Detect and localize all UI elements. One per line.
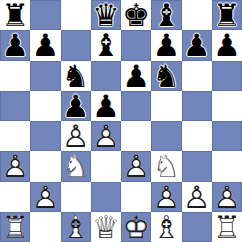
piece-outline-glyph: ♙	[31, 182, 59, 212]
black-rook-piece: ♜	[212, 0, 242, 30]
piece-glyph: ♛	[92, 0, 120, 30]
square-g4[interactable]	[182, 121, 212, 151]
square-b1[interactable]	[30, 212, 60, 242]
black-pawn-piece: ♟	[182, 30, 212, 60]
square-c5[interactable]: ♟	[61, 91, 91, 121]
black-pawn-piece: ♟	[151, 30, 181, 60]
piece-glyph: ♚	[122, 0, 150, 30]
piece-outline-glyph: ♙	[183, 182, 211, 212]
piece-glyph: ♞	[152, 61, 180, 91]
white-pawn-piece: ♟♙	[91, 121, 121, 151]
square-h7[interactable]: ♟	[212, 30, 242, 60]
square-b5[interactable]	[30, 91, 60, 121]
white-bishop-piece: ♝♗	[151, 212, 181, 242]
square-a4[interactable]	[0, 121, 30, 151]
square-b7[interactable]: ♟	[30, 30, 60, 60]
square-b3[interactable]	[30, 151, 60, 181]
square-a8[interactable]: ♜	[0, 0, 30, 30]
square-g2[interactable]: ♟♙	[182, 182, 212, 212]
piece-outline-glyph: ♕	[92, 212, 120, 242]
white-rook-piece: ♜♖	[0, 212, 30, 242]
square-f3[interactable]: ♞♘	[151, 151, 181, 181]
square-e2[interactable]	[121, 182, 151, 212]
square-f2[interactable]: ♟♙	[151, 182, 181, 212]
square-a7[interactable]: ♟	[0, 30, 30, 60]
white-pawn-piece: ♟♙	[0, 151, 30, 181]
square-d7[interactable]: ♝	[91, 30, 121, 60]
square-d3[interactable]	[91, 151, 121, 181]
piece-glyph: ♟	[62, 91, 90, 121]
piece-outline-glyph: ♗	[152, 212, 180, 242]
black-bishop-piece: ♝	[91, 30, 121, 60]
piece-glyph: ♝	[152, 0, 180, 30]
black-knight-piece: ♞	[61, 61, 91, 91]
square-e4[interactable]	[121, 121, 151, 151]
black-pawn-piece: ♟	[121, 61, 151, 91]
square-c6[interactable]: ♞	[61, 61, 91, 91]
piece-outline-glyph: ♖	[1, 212, 29, 242]
piece-outline-glyph: ♘	[152, 151, 180, 181]
square-f8[interactable]: ♝	[151, 0, 181, 30]
square-c3[interactable]: ♞♘	[61, 151, 91, 181]
square-e8[interactable]: ♚	[121, 0, 151, 30]
piece-outline-glyph: ♙	[92, 121, 120, 151]
piece-glyph: ♝	[92, 30, 120, 60]
black-pawn-piece: ♟	[61, 91, 91, 121]
square-b8[interactable]	[30, 0, 60, 30]
square-f1[interactable]: ♝♗	[151, 212, 181, 242]
square-b6[interactable]	[30, 61, 60, 91]
square-a2[interactable]	[0, 182, 30, 212]
black-knight-piece: ♞	[151, 61, 181, 91]
square-c2[interactable]	[61, 182, 91, 212]
piece-outline-glyph: ♙	[213, 182, 241, 212]
piece-glyph: ♟	[213, 30, 241, 60]
square-e5[interactable]	[121, 91, 151, 121]
chess-board: ♜♛♚♝♜♟♟♝♟♟♟♞♟♞♟♟♟♙♟♙♟♙♞♘♟♙♞♘♟♙♟♙♟♙♟♙♜♖♝♗…	[0, 0, 242, 242]
piece-outline-glyph: ♙	[152, 182, 180, 212]
white-pawn-piece: ♟♙	[121, 151, 151, 181]
square-g6[interactable]	[182, 61, 212, 91]
square-g1[interactable]	[182, 212, 212, 242]
square-d1[interactable]: ♛♕	[91, 212, 121, 242]
piece-outline-glyph: ♙	[1, 151, 29, 181]
piece-glyph: ♟	[183, 30, 211, 60]
square-g3[interactable]	[182, 151, 212, 181]
black-queen-piece: ♛	[91, 0, 121, 30]
white-pawn-piece: ♟♙	[151, 182, 181, 212]
square-c1[interactable]: ♝♗	[61, 212, 91, 242]
white-rook-piece: ♜♖	[212, 212, 242, 242]
white-knight-piece: ♞♘	[151, 151, 181, 181]
square-d2[interactable]	[91, 182, 121, 212]
black-pawn-piece: ♟	[91, 91, 121, 121]
square-f7[interactable]: ♟	[151, 30, 181, 60]
square-h6[interactable]	[212, 61, 242, 91]
square-h5[interactable]	[212, 91, 242, 121]
square-e7[interactable]	[121, 30, 151, 60]
square-d6[interactable]	[91, 61, 121, 91]
square-a5[interactable]	[0, 91, 30, 121]
piece-outline-glyph: ♖	[213, 212, 241, 242]
square-a3[interactable]: ♟♙	[0, 151, 30, 181]
square-h4[interactable]	[212, 121, 242, 151]
square-e3[interactable]: ♟♙	[121, 151, 151, 181]
square-d5[interactable]: ♟	[91, 91, 121, 121]
square-d4[interactable]: ♟♙	[91, 121, 121, 151]
piece-glyph: ♞	[62, 61, 90, 91]
white-pawn-piece: ♟♙	[30, 182, 60, 212]
white-queen-piece: ♛♕	[91, 212, 121, 242]
piece-glyph: ♜	[1, 0, 29, 30]
piece-outline-glyph: ♗	[62, 212, 90, 242]
black-pawn-piece: ♟	[212, 30, 242, 60]
square-f5[interactable]	[151, 91, 181, 121]
piece-glyph: ♟	[122, 61, 150, 91]
piece-outline-glyph: ♔	[122, 212, 150, 242]
square-e1[interactable]: ♚♔	[121, 212, 151, 242]
square-f6[interactable]: ♞	[151, 61, 181, 91]
black-pawn-piece: ♟	[0, 30, 30, 60]
white-pawn-piece: ♟♙	[61, 121, 91, 151]
square-a6[interactable]	[0, 61, 30, 91]
piece-glyph: ♜	[213, 0, 241, 30]
square-h2[interactable]: ♟♙	[212, 182, 242, 212]
piece-outline-glyph: ♙	[122, 151, 150, 181]
square-c4[interactable]: ♟♙	[61, 121, 91, 151]
piece-glyph: ♟	[92, 91, 120, 121]
square-g8[interactable]	[182, 0, 212, 30]
black-king-piece: ♚	[121, 0, 151, 30]
square-c8[interactable]	[61, 0, 91, 30]
piece-outline-glyph: ♙	[62, 121, 90, 151]
black-pawn-piece: ♟	[30, 30, 60, 60]
piece-outline-glyph: ♘	[62, 151, 90, 181]
square-c7[interactable]	[61, 30, 91, 60]
square-b2[interactable]: ♟♙	[30, 182, 60, 212]
piece-glyph: ♟	[1, 30, 29, 60]
piece-glyph: ♟	[31, 30, 59, 60]
white-knight-piece: ♞♘	[61, 151, 91, 181]
black-rook-piece: ♜	[0, 0, 30, 30]
white-king-piece: ♚♔	[121, 212, 151, 242]
square-h8[interactable]: ♜	[212, 0, 242, 30]
square-f4[interactable]	[151, 121, 181, 151]
piece-glyph: ♟	[152, 30, 180, 60]
square-a1[interactable]: ♜♖	[0, 212, 30, 242]
black-bishop-piece: ♝	[151, 0, 181, 30]
white-pawn-piece: ♟♙	[182, 182, 212, 212]
square-b4[interactable]	[30, 121, 60, 151]
square-g7[interactable]: ♟	[182, 30, 212, 60]
square-g5[interactable]	[182, 91, 212, 121]
square-e6[interactable]: ♟	[121, 61, 151, 91]
square-d8[interactable]: ♛	[91, 0, 121, 30]
white-bishop-piece: ♝♗	[61, 212, 91, 242]
square-h1[interactable]: ♜♖	[212, 212, 242, 242]
white-pawn-piece: ♟♙	[212, 182, 242, 212]
square-h3[interactable]	[212, 151, 242, 181]
